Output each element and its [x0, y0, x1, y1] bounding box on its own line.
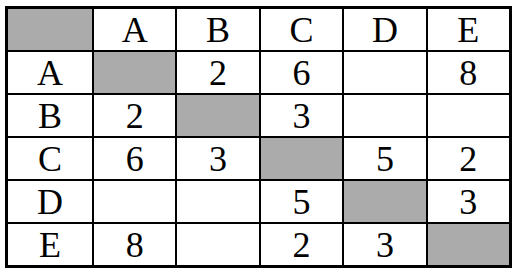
row-header-D: D	[8, 181, 92, 222]
cell-D-D	[344, 181, 425, 222]
col-header-B: B	[177, 9, 258, 50]
corner-cell	[8, 9, 92, 50]
cell-D-B	[177, 181, 258, 222]
cell-A-D	[344, 52, 425, 93]
row-header-A: A	[8, 52, 92, 93]
cell-A-E: 8	[428, 52, 509, 93]
cell-C-B: 3	[177, 138, 258, 179]
cell-C-C	[261, 138, 342, 179]
cell-B-B	[177, 95, 258, 136]
col-header-A: A	[94, 9, 175, 50]
cell-C-D: 5	[344, 138, 425, 179]
cell-D-C: 5	[261, 181, 342, 222]
cell-C-E: 2	[428, 138, 509, 179]
cell-E-A: 8	[94, 224, 175, 265]
cell-E-E	[428, 224, 509, 265]
cell-A-A	[94, 52, 175, 93]
cell-B-D	[344, 95, 425, 136]
cell-E-C: 2	[261, 224, 342, 265]
distance-table: A B C D E A 2 6 8 B 2 3 C 6 3 5 2 D 5 3 …	[5, 6, 512, 268]
col-header-E: E	[428, 9, 509, 50]
col-header-D: D	[344, 9, 425, 50]
col-header-C: C	[261, 9, 342, 50]
cell-A-C: 6	[261, 52, 342, 93]
cell-D-A	[94, 181, 175, 222]
cell-A-B: 2	[177, 52, 258, 93]
cell-E-B	[177, 224, 258, 265]
cell-E-D: 3	[344, 224, 425, 265]
cell-B-C: 3	[261, 95, 342, 136]
row-header-B: B	[8, 95, 92, 136]
cell-B-E	[428, 95, 509, 136]
cell-D-E: 3	[428, 181, 509, 222]
cell-C-A: 6	[94, 138, 175, 179]
row-header-C: C	[8, 138, 92, 179]
row-header-E: E	[8, 224, 92, 265]
cell-B-A: 2	[94, 95, 175, 136]
